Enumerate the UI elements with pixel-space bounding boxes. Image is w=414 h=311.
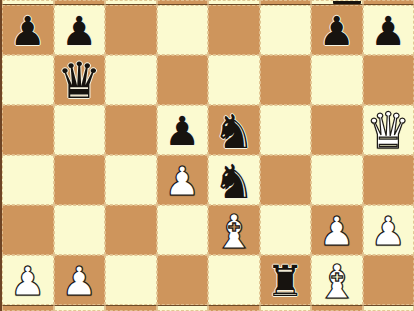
square-f1[interactable]: [260, 305, 312, 311]
square-f2[interactable]: ♜: [260, 255, 312, 305]
square-h2[interactable]: [363, 255, 414, 305]
square-g1[interactable]: [311, 305, 363, 311]
square-e6[interactable]: [208, 55, 260, 105]
black-pawn-icon[interactable]: ♟: [164, 111, 200, 151]
square-d4[interactable]: ♟: [157, 155, 209, 205]
square-f3[interactable]: [260, 205, 312, 255]
square-b6[interactable]: ♛: [54, 55, 106, 105]
white-pawn-icon[interactable]: ♟: [164, 161, 200, 201]
square-c4[interactable]: [105, 155, 157, 205]
cropped-piece-bottom-fragment-icon: [333, 0, 361, 4]
square-h4[interactable]: [363, 155, 414, 205]
square-d7[interactable]: [157, 5, 209, 55]
square-e1[interactable]: [208, 305, 260, 311]
square-b5[interactable]: [54, 105, 106, 155]
chess-board: ♟♟♟♟♛♟♞♛♟♞♝♟♟♟♟♜♝: [2, 0, 414, 311]
square-h6[interactable]: [363, 55, 414, 105]
square-h3[interactable]: ♟: [363, 205, 414, 255]
square-a1[interactable]: [2, 305, 54, 311]
square-d6[interactable]: [157, 55, 209, 105]
square-e2[interactable]: [208, 255, 260, 305]
square-a4[interactable]: [2, 155, 54, 205]
black-rook-icon[interactable]: ♜: [266, 260, 305, 303]
square-f4[interactable]: [260, 155, 312, 205]
square-c3[interactable]: [105, 205, 157, 255]
square-a3[interactable]: [2, 205, 54, 255]
black-pawn-icon[interactable]: ♟: [319, 11, 355, 51]
square-h5[interactable]: ♛: [363, 105, 414, 155]
square-g4[interactable]: [311, 155, 363, 205]
square-d5[interactable]: ♟: [157, 105, 209, 155]
square-d2[interactable]: [157, 255, 209, 305]
square-c1[interactable]: [105, 305, 157, 311]
white-pawn-icon[interactable]: ♟: [370, 211, 406, 251]
black-knight-icon[interactable]: ♞: [213, 158, 255, 205]
square-b1[interactable]: [54, 305, 106, 311]
square-f6[interactable]: [260, 55, 312, 105]
square-c5[interactable]: [105, 105, 157, 155]
white-queen-icon[interactable]: ♛: [366, 106, 411, 155]
black-pawn-icon[interactable]: ♟: [10, 11, 46, 51]
square-a6[interactable]: [2, 55, 54, 105]
square-b7[interactable]: ♟: [54, 5, 106, 55]
square-h1[interactable]: [363, 305, 414, 311]
black-pawn-icon[interactable]: ♟: [370, 11, 406, 51]
chess-board-view: ♟♟♟♟♛♟♞♛♟♞♝♟♟♟♟♜♝: [0, 0, 414, 311]
square-g3[interactable]: ♟: [311, 205, 363, 255]
square-b2[interactable]: ♟: [54, 255, 106, 305]
square-e3[interactable]: ♝: [208, 205, 260, 255]
black-queen-icon[interactable]: ♛: [57, 56, 102, 105]
white-bishop-icon[interactable]: ♝: [316, 258, 358, 305]
black-knight-icon[interactable]: ♞: [213, 108, 255, 155]
white-pawn-icon[interactable]: ♟: [10, 261, 46, 301]
square-c7[interactable]: [105, 5, 157, 55]
square-f5[interactable]: [260, 105, 312, 155]
square-e7[interactable]: [208, 5, 260, 55]
square-e5[interactable]: ♞: [208, 105, 260, 155]
square-d1[interactable]: [157, 305, 209, 311]
square-g5[interactable]: [311, 105, 363, 155]
square-e4[interactable]: ♞: [208, 155, 260, 205]
square-h7[interactable]: ♟: [363, 5, 414, 55]
white-pawn-icon[interactable]: ♟: [61, 261, 97, 301]
square-a7[interactable]: ♟: [2, 5, 54, 55]
square-f7[interactable]: [260, 5, 312, 55]
square-c2[interactable]: [105, 255, 157, 305]
square-a2[interactable]: ♟: [2, 255, 54, 305]
square-d3[interactable]: [157, 205, 209, 255]
square-a5[interactable]: [2, 105, 54, 155]
white-pawn-icon[interactable]: ♟: [319, 211, 355, 251]
square-g7[interactable]: ♟: [311, 5, 363, 55]
square-c6[interactable]: [105, 55, 157, 105]
black-pawn-icon[interactable]: ♟: [61, 11, 97, 51]
square-b3[interactable]: [54, 205, 106, 255]
white-bishop-icon[interactable]: ♝: [213, 208, 255, 255]
square-b4[interactable]: [54, 155, 106, 205]
square-g6[interactable]: [311, 55, 363, 105]
square-g2[interactable]: ♝: [311, 255, 363, 305]
